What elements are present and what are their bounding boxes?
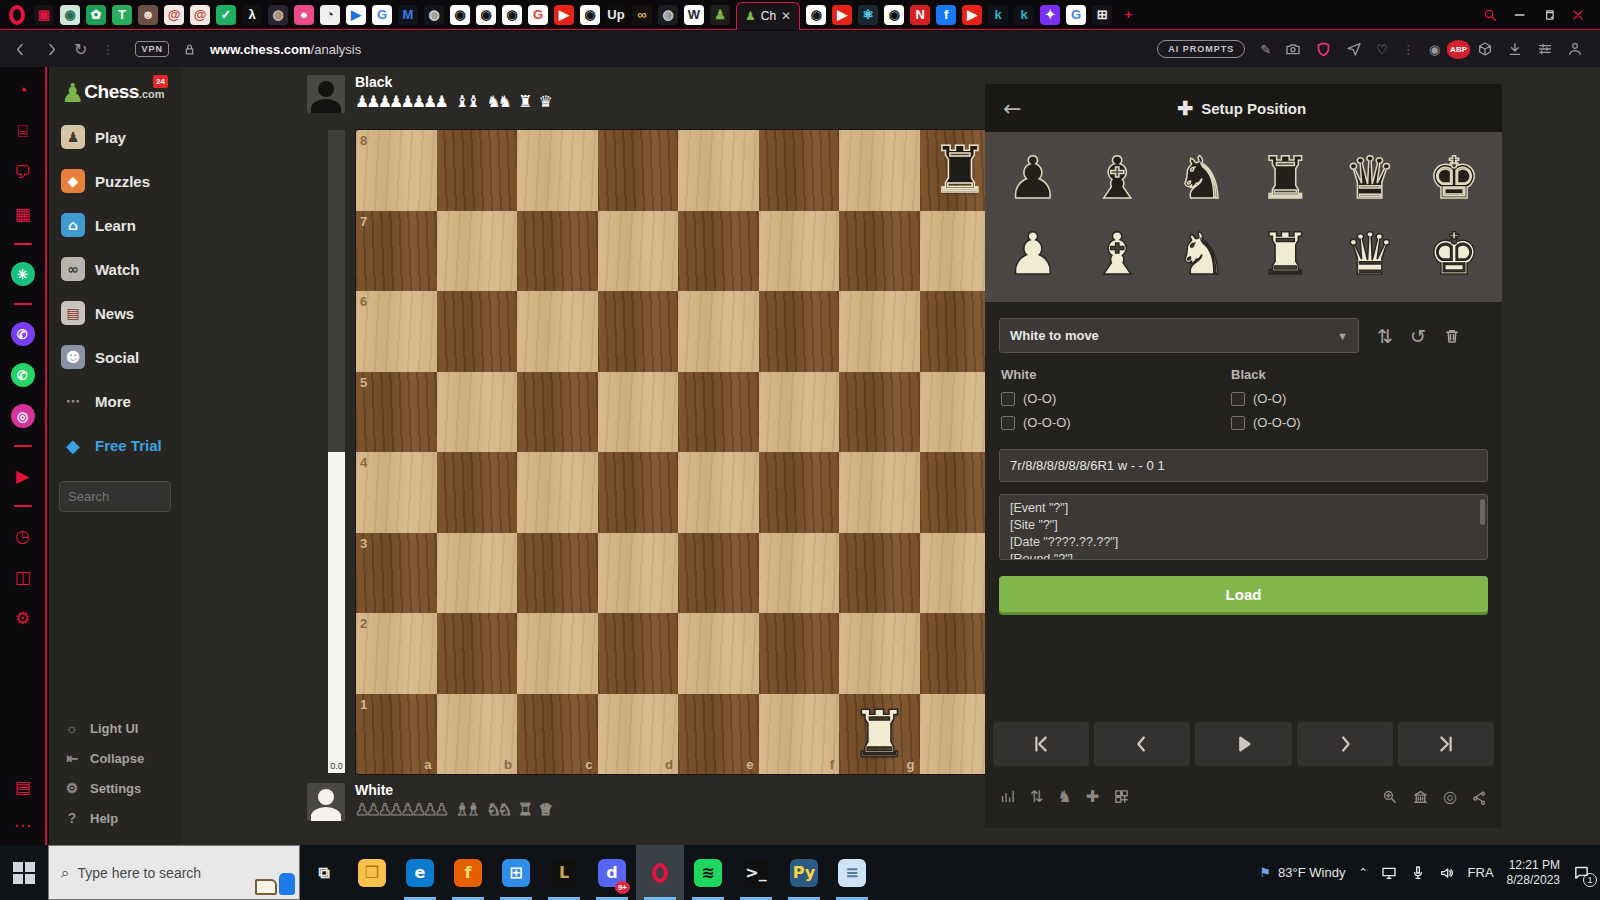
tab-wordpress[interactable]: W: [684, 5, 704, 25]
tray-expand-caret[interactable]: ⌃: [1358, 866, 1367, 879]
tab-avatar-photo[interactable]: ☻: [138, 5, 158, 25]
square-b1[interactable]: b: [437, 694, 518, 775]
forward-icon[interactable]: [43, 41, 60, 58]
tab-netflix[interactable]: N: [910, 5, 930, 25]
snapshot-icon[interactable]: ▤: [11, 775, 35, 799]
nav-first-button[interactable]: [993, 722, 1089, 766]
watch-icon: ∞: [61, 257, 85, 281]
square-d7[interactable]: [598, 211, 679, 292]
square-b2[interactable]: [437, 613, 518, 694]
file-label: e: [746, 757, 753, 772]
square-f5[interactable]: [759, 372, 840, 453]
close-button[interactable]: [1570, 7, 1586, 23]
pgn-textarea[interactable]: [Event "?"][Site "?"][Date "????.??.??"]…: [999, 494, 1488, 560]
square-b6[interactable]: [437, 291, 518, 372]
search-input[interactable]: [59, 481, 171, 512]
speaker-icon[interactable]: [1439, 865, 1455, 881]
taskbar-app-firefox[interactable]: f: [444, 845, 492, 900]
tab-youtube-3[interactable]: ▶: [962, 5, 982, 25]
taskbar-app-spotify[interactable]: ≋: [684, 845, 732, 900]
square-f3[interactable]: [759, 533, 840, 614]
spotify-icon: ≋: [694, 859, 722, 887]
plus-icon: ✚: [1177, 98, 1193, 119]
black-player-name: Black: [355, 75, 559, 90]
sidebar-item-play[interactable]: ♟Play: [49, 115, 181, 159]
sidebar-item-puzzles[interactable]: ◆Puzzles: [49, 159, 181, 203]
tab-infinity[interactable]: ∞: [632, 5, 652, 25]
square-f4[interactable]: [759, 452, 840, 533]
palette-white-knight[interactable]: ♞: [1159, 216, 1243, 292]
help-icon: ?: [63, 810, 81, 826]
captured-rook-group: ♜: [518, 92, 529, 111]
square-a1[interactable]: 1a: [356, 694, 437, 775]
footer-item-settings[interactable]: ⚙Settings: [49, 773, 181, 803]
taskbar-app-notepad[interactable]: ≡: [828, 845, 876, 900]
minimize-button[interactable]: [1512, 7, 1528, 23]
tab-github-4[interactable]: ◉: [580, 5, 600, 25]
gx-sidebar: ◔⌸🗩▦✳✆✆◎▶◷◫⚙ ▤⋯: [0, 67, 47, 845]
palette-white-pawn[interactable]: ♟: [991, 216, 1075, 292]
pieces-icon[interactable]: ♞: [1057, 787, 1071, 806]
tab-facebook[interactable]: f: [936, 5, 956, 25]
square-d1[interactable]: d: [598, 694, 679, 775]
black-queenside-checkbox[interactable]: [1231, 416, 1245, 430]
file-label: b: [504, 757, 512, 772]
tab-list: ▣◉✿T☻@@✓λ◍●◔▶GM◍◉◉◉G▶◉Up∞◍W♟♟Ch✕◉▶⚛◉Nf▶k…: [34, 0, 1138, 30]
news-icon: ▤: [61, 301, 85, 325]
palette-black-bishop[interactable]: ♝: [1075, 140, 1159, 216]
fen-input[interactable]: [999, 449, 1488, 482]
instagram-icon[interactable]: ◎: [11, 404, 35, 428]
tab-web-dark[interactable]: ◍: [658, 5, 678, 25]
footer-item-label: Settings: [90, 781, 141, 796]
sidebar-item-news[interactable]: ▤News: [49, 291, 181, 335]
restore-button[interactable]: [1542, 8, 1556, 22]
tab-youtube-2[interactable]: ▶: [832, 5, 852, 25]
taskbar-app-cmd[interactable]: >_: [732, 845, 780, 900]
castling-white-label: White: [1001, 367, 1231, 382]
load-button[interactable]: Load: [999, 576, 1488, 612]
square-f1[interactable]: f: [759, 694, 840, 775]
square-c8[interactable]: [517, 130, 598, 211]
square-a5[interactable]: 5: [356, 372, 437, 453]
rank-label: 6: [360, 294, 367, 309]
tab-new-tab[interactable]: +: [1118, 5, 1138, 25]
captured-queen-group: ♛: [538, 92, 549, 111]
black-avatar[interactable]: [307, 75, 345, 113]
sidebar-item-learn[interactable]: ⌂Learn: [49, 203, 181, 247]
setup-position-panel: ← ✚Setup Position ♟♝♞♜♛♚♟♝♞♜♛♚ White to …: [985, 84, 1502, 828]
windows-taskbar: ⌕ Type here to search ⧉❒ef⊞Ld9+≋>_Py≡ ⚑8…: [0, 845, 1600, 900]
chatgpt-icon[interactable]: ✳: [11, 262, 35, 286]
flip-board-icon[interactable]: ⇅: [1377, 325, 1393, 347]
trash-icon[interactable]: [1443, 325, 1461, 347]
chess-sidebar: ♟ Chess.com 24 ♟Play◆Puzzles⌂Learn∞Watch…: [49, 67, 181, 845]
sidebar-item-free-trial[interactable]: ◆Free Trial: [49, 423, 181, 467]
palette-black-pawn[interactable]: ♟: [991, 140, 1075, 216]
turn-row: White to move▼ ⇅ ↺: [999, 318, 1488, 353]
compose-icon[interactable]: ✎: [1260, 42, 1271, 57]
pgn-line: [Date "????.??.??"]: [1010, 534, 1477, 551]
pgn-line: [Site "?"]: [1010, 517, 1477, 534]
chess-logo[interactable]: ♟ Chess.com 24: [49, 67, 181, 105]
footer-item-help[interactable]: ?Help: [49, 803, 181, 833]
nav-last-button[interactable]: [1398, 722, 1494, 766]
captured-knight-group: ♞♞: [486, 92, 509, 111]
square-e1[interactable]: e: [678, 694, 759, 775]
square-d5[interactable]: [598, 372, 679, 453]
square-b5[interactable]: [437, 372, 518, 453]
square-g7[interactable]: [839, 211, 920, 292]
gx-sidebar-bottom: ▤⋯: [11, 775, 35, 845]
start-button[interactable]: [0, 845, 48, 900]
square-a6[interactable]: 6: [356, 291, 437, 372]
system-tray: ⚑83°F Windy ⌃ FRA 12:21 PM8/28/2023 1: [1259, 845, 1600, 900]
tab-fingerprint[interactable]: ◉: [60, 5, 80, 25]
footer-item-light-ui[interactable]: ☼Light UI: [49, 713, 181, 743]
free-trial-label: Free Trial: [95, 437, 162, 454]
taskbar-search[interactable]: ⌕ Type here to search: [48, 845, 300, 900]
player-badge-icon[interactable]: ◉: [1429, 42, 1440, 57]
tab-mail-ru-2[interactable]: @: [190, 5, 210, 25]
tab-google[interactable]: G: [372, 5, 392, 25]
square-c7[interactable]: [517, 211, 598, 292]
castling-options: White (O-O) (O-O-O) Black (O-O) (O-O-O): [1001, 367, 1488, 439]
notification-center[interactable]: 1: [1573, 864, 1590, 881]
taskbar-app-ms-store[interactable]: ⊞: [492, 845, 540, 900]
back-icon[interactable]: [12, 41, 29, 58]
opera-logo-icon: [9, 5, 25, 25]
tab-chess-pawn[interactable]: ♟: [710, 5, 730, 25]
taskbar-app-league-of-legends[interactable]: L: [540, 845, 588, 900]
tab-github[interactable]: ◉: [450, 5, 470, 25]
edge-icon: e: [406, 859, 434, 887]
tab-lambda[interactable]: λ: [242, 5, 262, 25]
footer-item-label: Help: [90, 811, 118, 826]
more-icon: ⋯: [61, 389, 85, 413]
tab-apps-grid[interactable]: ⊞: [1092, 5, 1112, 25]
square-a2[interactable]: 2: [356, 613, 437, 694]
firefox-icon: f: [454, 859, 482, 887]
black-kingside-checkbox[interactable]: [1231, 392, 1245, 406]
sidebar-item-label: More: [95, 393, 131, 410]
windsock-icon: ⚑: [1259, 865, 1271, 880]
explore-zoom-icon[interactable]: [1381, 788, 1398, 805]
tab-github-3[interactable]: ◉: [502, 5, 522, 25]
ms-store-icon: ⊞: [502, 859, 530, 887]
footer-item-label: Collapse: [90, 751, 144, 766]
square-f7[interactable]: [759, 211, 840, 292]
palette-white-rook[interactable]: ♜: [1243, 216, 1327, 292]
sidebar-item-label: Social: [95, 349, 139, 366]
tab-github-5[interactable]: ◉: [806, 5, 826, 25]
puzzles-icon: ◆: [61, 169, 85, 193]
windows-logo-icon: [13, 862, 35, 884]
palette-black-rook[interactable]: ♜: [1243, 140, 1327, 216]
square-e4[interactable]: [678, 452, 759, 533]
square-d6[interactable]: [598, 291, 679, 372]
tab-github-2[interactable]: ◉: [476, 5, 496, 25]
white-kingside-checkbox[interactable]: [1001, 392, 1015, 406]
flip-icon[interactable]: ⇅: [1030, 787, 1043, 806]
captured-knight-group: ♞♞: [486, 800, 509, 819]
square-f8[interactable]: [759, 130, 840, 211]
tab-person-dark[interactable]: ◍: [268, 5, 288, 25]
white-captured-pieces: ♟♟♟♟♟♟♟♟♝♝♞♞♜♛: [355, 800, 559, 819]
move-navigation: [993, 722, 1494, 766]
cmd-icon: >_: [742, 859, 770, 887]
square-c1[interactable]: c: [517, 694, 598, 775]
rank-label: 4: [360, 455, 367, 470]
toolbar-divider-dots: ⋮: [101, 42, 114, 57]
sidebar-footer: ☼Light UI⇤Collapse⚙Settings?Help: [49, 713, 181, 833]
palette-black-queen[interactable]: ♛: [1328, 140, 1412, 216]
messenger-icon[interactable]: ✆: [11, 322, 35, 346]
extensions-icon[interactable]: ◫: [11, 565, 35, 589]
whatsapp-icon[interactable]: ✆: [11, 363, 35, 387]
add-icon[interactable]: ✚: [1086, 787, 1099, 806]
tab-green-app[interactable]: ✿: [86, 5, 106, 25]
captured-pawn-group: ♟♟♟♟♟♟♟♟: [355, 92, 446, 111]
more-dots-icon[interactable]: ⋯: [11, 813, 35, 837]
tab-play-blue[interactable]: ▶: [346, 5, 366, 25]
tab-purple-app[interactable]: ✦: [1040, 5, 1060, 25]
tab-mail-ru[interactable]: @: [164, 5, 184, 25]
history-icon[interactable]: ◷: [11, 524, 35, 548]
palette-black-knight[interactable]: ♞: [1159, 140, 1243, 216]
tab-react[interactable]: ⚛: [858, 5, 878, 25]
palette-black-king[interactable]: ♚: [1412, 140, 1496, 216]
square-e8[interactable]: [678, 130, 759, 211]
sidebar-item-watch[interactable]: ∞Watch: [49, 247, 181, 291]
heart-icon[interactable]: ♡: [1376, 42, 1388, 57]
evaluation-bar: 0.0: [328, 130, 345, 773]
tab-youtube[interactable]: ▶: [554, 5, 574, 25]
weather-widget[interactable]: ⚑83°F Windy: [1259, 865, 1345, 880]
piece-white-rook[interactable]: ♜: [839, 694, 920, 775]
sidebar-item-label: Play: [95, 129, 126, 146]
gx-corner-icon[interactable]: ◔: [11, 79, 35, 103]
address-bar[interactable]: www.chess.com/analysis: [210, 42, 361, 57]
nav-play-button[interactable]: [1195, 722, 1291, 766]
sidebar-nav: ♟Play◆Puzzles⌂Learn∞Watch▤News☻Social⋯Mo…: [49, 115, 181, 467]
adblock-badge[interactable]: ABP: [1447, 40, 1470, 59]
square-g4[interactable]: [839, 452, 920, 533]
cube-icon[interactable]: [1477, 41, 1493, 57]
pgn-scrollbar[interactable]: [1480, 499, 1485, 525]
square-c4[interactable]: [517, 452, 598, 533]
download-icon[interactable]: [1507, 41, 1523, 57]
tab-close-icon[interactable]: ✕: [781, 9, 791, 23]
browser-tab-strip: ▣◉✿T☻@@✓λ◍●◔▶GM◍◉◉◉G▶◉Up∞◍W♟♟Ch✕◉▶⚛◉Nf▶k…: [0, 0, 1600, 30]
square-e5[interactable]: [678, 372, 759, 453]
square-f6[interactable]: [759, 291, 840, 372]
tune-icon[interactable]: [1537, 41, 1553, 57]
chess-pawn-logo-icon: ♟: [61, 81, 84, 105]
tab-kick-2[interactable]: k: [1014, 5, 1034, 25]
nav-previous-button[interactable]: [1094, 722, 1190, 766]
gx-profile-icon[interactable]: ▦: [11, 202, 35, 226]
tab-dribbble[interactable]: ●: [294, 5, 314, 25]
taskbar-app-edge[interactable]: e: [396, 845, 444, 900]
opera-menu-button[interactable]: [0, 5, 34, 25]
square-b4[interactable]: [437, 452, 518, 533]
language-indicator[interactable]: FRA: [1468, 865, 1494, 880]
reset-icon[interactable]: ↺: [1410, 325, 1426, 347]
square-e2[interactable]: [678, 613, 759, 694]
taskbar-app-task-view[interactable]: ⧉: [300, 845, 348, 900]
square-a7[interactable]: 7: [356, 211, 437, 292]
gx-divider: [14, 303, 32, 305]
sidebar-item-label: Puzzles: [95, 173, 150, 190]
practice-target-icon[interactable]: ◎: [1443, 787, 1457, 806]
active-tab-label: Ch: [761, 9, 776, 23]
gx-settings-icon[interactable]: ⚙: [11, 606, 35, 630]
share-icon[interactable]: [1471, 788, 1488, 805]
taskbar-app-file-explorer[interactable]: ❒: [348, 845, 396, 900]
palette-white-queen[interactable]: ♛: [1328, 216, 1412, 292]
palette-white-king[interactable]: ♚: [1412, 216, 1496, 292]
learn-icon: ⌂: [61, 213, 85, 237]
square-g3[interactable]: [839, 533, 920, 614]
openings-library-icon[interactable]: [1412, 788, 1429, 805]
square-a3[interactable]: 3: [356, 533, 437, 614]
white-queenside-checkbox[interactable]: [1001, 416, 1015, 430]
file-label: c: [585, 757, 592, 772]
tab-google-3[interactable]: G: [1066, 5, 1086, 25]
back-arrow-icon[interactable]: ←: [1003, 96, 1021, 121]
shield-icon[interactable]: [1315, 41, 1332, 58]
vpn-badge[interactable]: VPN: [135, 41, 169, 57]
piece-palette: ♟♝♞♜♛♚♟♝♞♜♛♚: [985, 132, 1502, 302]
footer-item-collapse[interactable]: ⇤Collapse: [49, 743, 181, 773]
network-icon[interactable]: [1381, 865, 1397, 881]
reload-icon[interactable]: ↻: [74, 40, 87, 59]
profile-icon[interactable]: [1567, 41, 1583, 57]
chess-board[interactable]: 8♜7654321abcdefg♜h: [356, 130, 1000, 774]
chevron-down-icon: ▼: [1337, 330, 1348, 342]
square-b3[interactable]: [437, 533, 518, 614]
toolbar-right-icons: AI PROMPTS ✎ ♡ ⋮ ◉ ABP: [1157, 40, 1600, 59]
collapse-icon: ⇤: [63, 750, 81, 766]
square-d2[interactable]: [598, 613, 679, 694]
square-f2[interactable]: [759, 613, 840, 694]
discord-badge: 9+: [615, 881, 630, 894]
taskbar-app-opera-gx[interactable]: [636, 845, 684, 900]
square-b7[interactable]: [437, 211, 518, 292]
tab-github-6[interactable]: ◉: [884, 5, 904, 25]
square-d3[interactable]: [598, 533, 679, 614]
square-e7[interactable]: [678, 211, 759, 292]
captured-queen-group: ♛: [538, 800, 549, 819]
play-icon: ♟: [61, 125, 85, 149]
white-avatar[interactable]: [307, 783, 345, 821]
sidebar-item-more[interactable]: ⋯More: [49, 379, 181, 423]
taskbar-clock[interactable]: 12:21 PM8/28/2023: [1507, 858, 1560, 888]
square-c6[interactable]: [517, 291, 598, 372]
turn-select[interactable]: White to move▼: [999, 318, 1359, 353]
analysis-chart-icon[interactable]: [999, 788, 1016, 805]
search-illustration: [255, 873, 295, 895]
square-g1[interactable]: g♜: [839, 694, 920, 775]
captured-pawn-group: ♟♟♟♟♟♟♟♟: [355, 800, 446, 819]
square-c2[interactable]: [517, 613, 598, 694]
captured-rook-group: ♜: [518, 800, 529, 819]
send-icon[interactable]: [1346, 41, 1362, 57]
nav-next-button[interactable]: [1297, 722, 1393, 766]
sidebar-item-label: Learn: [95, 217, 136, 234]
snapshot-camera-icon[interactable]: [1285, 41, 1301, 57]
board-editor-icon[interactable]: [1113, 788, 1130, 805]
tab-globe-dark[interactable]: ◍: [424, 5, 444, 25]
window-controls: [1482, 7, 1600, 23]
tab-mj-blue[interactable]: M: [398, 5, 418, 25]
square-c5[interactable]: [517, 372, 598, 453]
gx-cleaner-icon[interactable]: ⌸: [11, 120, 35, 144]
rank-label: 8: [360, 133, 367, 148]
pgn-line: [Event "?"]: [1010, 500, 1477, 517]
chess-favicon: ♟: [745, 9, 756, 23]
tab-upwork[interactable]: Up: [606, 5, 626, 25]
taskbar-app-python-idle[interactable]: Py: [780, 845, 828, 900]
player-icon[interactable]: ▶: [11, 464, 35, 488]
square-b8[interactable]: [437, 130, 518, 211]
square-a4[interactable]: 4: [356, 452, 437, 533]
square-c3[interactable]: [517, 533, 598, 614]
footer-item-label: Light UI: [90, 721, 138, 736]
player-bar-black: Black ♟♟♟♟♟♟♟♟♝♝♞♞♜♛: [307, 75, 967, 113]
tab-google-2[interactable]: G: [528, 5, 548, 25]
sidebar-item-label: News: [95, 305, 134, 322]
microphone-icon[interactable]: [1410, 865, 1426, 881]
social-icon: ☻: [61, 345, 85, 369]
python-idle-icon: Py: [790, 859, 818, 887]
tab-clock-white[interactable]: ◔: [320, 5, 340, 25]
diamond-icon: ◆: [61, 433, 85, 457]
tab-trello[interactable]: T: [112, 5, 132, 25]
twitch-icon[interactable]: 🗩: [11, 161, 35, 185]
player-bar-white: White ♟♟♟♟♟♟♟♟♝♝♞♞♜♛: [307, 783, 967, 821]
evaluation-white-part: [328, 452, 345, 774]
palette-white-bishop[interactable]: ♝: [1075, 216, 1159, 292]
rank-label: 2: [360, 616, 367, 631]
tab-gamepad[interactable]: ▣: [34, 5, 54, 25]
active-tab[interactable]: ♟Ch✕: [736, 2, 800, 30]
square-e3[interactable]: [678, 533, 759, 614]
square-e6[interactable]: [678, 291, 759, 372]
browser-toolbar: ↻ ⋮ VPN www.chess.com/analysis AI PROMPT…: [0, 31, 1600, 67]
gx-divider: [14, 505, 32, 507]
tab-check-green[interactable]: ✓: [216, 5, 236, 25]
screen: ▣◉✿T☻@@✓λ◍●◔▶GM◍◉◉◉G▶◉Up∞◍W♟♟Ch✕◉▶⚛◉Nf▶k…: [0, 0, 1600, 900]
task-view-icon: ⧉: [310, 859, 338, 887]
browser-search-icon[interactable]: [1482, 7, 1498, 23]
square-d8[interactable]: [598, 130, 679, 211]
square-a8[interactable]: 8: [356, 130, 437, 211]
black-captured-pieces: ♟♟♟♟♟♟♟♟♝♝♞♞♜♛: [355, 92, 559, 111]
tab-kick[interactable]: k: [988, 5, 1008, 25]
square-d4[interactable]: [598, 452, 679, 533]
captured-bishop-group: ♝♝: [455, 92, 478, 111]
chess-com-page: ♟ Chess.com 24 ♟Play◆Puzzles⌂Learn∞Watch…: [49, 67, 1600, 845]
ai-prompts-button[interactable]: AI PROMPTS: [1157, 40, 1245, 58]
square-g8[interactable]: [839, 130, 920, 211]
taskbar-app-discord[interactable]: d9+: [588, 845, 636, 900]
square-g5[interactable]: [839, 372, 920, 453]
square-g6[interactable]: [839, 291, 920, 372]
square-g2[interactable]: [839, 613, 920, 694]
sidebar-item-social[interactable]: ☻Social: [49, 335, 181, 379]
